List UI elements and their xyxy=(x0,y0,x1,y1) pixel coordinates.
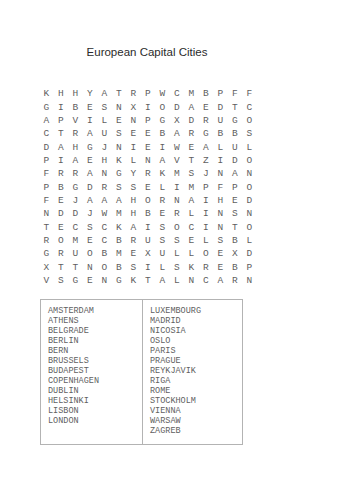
grid-cell-r3c10: X xyxy=(170,114,185,127)
word-item: ATHENS xyxy=(48,316,140,326)
grid-cell-r2c8: I xyxy=(141,100,156,113)
grid-cell-r4c4: A xyxy=(83,127,98,140)
grid-cell-r10c8: B xyxy=(141,207,156,220)
grid-cell-r10c14: S xyxy=(228,207,243,220)
grid-cell-r10c1: N xyxy=(39,207,54,220)
grid-cell-r13c15: D xyxy=(242,247,257,260)
grid-cell-r10c4: J xyxy=(83,207,98,220)
word-item: LONDON xyxy=(48,416,140,426)
grid-cell-r4c3: R xyxy=(68,127,83,140)
grid-cell-r8c3: G xyxy=(68,180,83,193)
grid-cell-r14c13: E xyxy=(213,260,228,273)
grid-cell-r5c13: L xyxy=(213,140,228,153)
grid-cell-r3c12: R xyxy=(199,114,214,127)
grid-cell-r2c3: B xyxy=(68,100,83,113)
grid-cell-r11c9: S xyxy=(155,220,170,233)
word-item: BUDAPEST xyxy=(48,366,140,376)
grid-cell-r3c8: P xyxy=(141,114,156,127)
grid-cell-r10c2: D xyxy=(54,207,69,220)
word-item: ZAGREB xyxy=(150,426,240,436)
grid-cell-r5c3: H xyxy=(68,140,83,153)
grid-cell-r1c3: H xyxy=(68,87,83,100)
grid-cell-r12c6: B xyxy=(112,234,127,247)
grid-cell-r5c2: A xyxy=(54,140,69,153)
grid-cell-r13c2: R xyxy=(54,247,69,260)
grid-cell-r3c7: N xyxy=(126,114,141,127)
grid-cell-r12c2: O xyxy=(54,234,69,247)
word-list-row: AMSTERDAMATHENSBELGRADEBERLINBERNBRUSSEL… xyxy=(41,300,243,445)
grid-cell-r8c13: F xyxy=(213,180,228,193)
grid-cell-r11c13: N xyxy=(213,220,228,233)
grid-cell-r9c14: E xyxy=(228,194,243,207)
grid-cell-r8c7: S xyxy=(126,180,141,193)
grid-cell-r8c2: B xyxy=(54,180,69,193)
grid-cell-r5c6: N xyxy=(112,140,127,153)
grid-cell-r1c15: F xyxy=(242,87,257,100)
grid-cell-r15c13: A xyxy=(213,274,228,287)
grid-cell-r6c14: D xyxy=(228,154,243,167)
grid-cell-r9c15: D xyxy=(242,194,257,207)
grid-cell-r4c9: B xyxy=(155,127,170,140)
grid-cell-r10c11: L xyxy=(184,207,199,220)
grid-cell-r2c5: S xyxy=(97,100,112,113)
grid-cell-r2c4: E xyxy=(83,100,98,113)
grid-cell-r15c8: T xyxy=(141,274,156,287)
grid-cell-r1c9: W xyxy=(155,87,170,100)
grid-cell-r10c6: M xyxy=(112,207,127,220)
grid-cell-r7c11: S xyxy=(184,167,199,180)
grid-cell-r6c8: N xyxy=(141,154,156,167)
grid-cell-r13c6: M xyxy=(112,247,127,260)
grid-cell-r10c10: R xyxy=(170,207,185,220)
grid-cell-r9c7: H xyxy=(126,194,141,207)
grid-cell-r2c7: X xyxy=(126,100,141,113)
grid-cell-r5c12: A xyxy=(199,140,214,153)
grid-cell-r13c9: U xyxy=(155,247,170,260)
grid-cell-r10c5: W xyxy=(97,207,112,220)
word-item: NICOSIA xyxy=(150,326,240,336)
grid-cell-r9c13: H xyxy=(213,194,228,207)
grid-cell-r1c7: R xyxy=(126,87,141,100)
grid-cell-r1c5: A xyxy=(97,87,112,100)
grid-cell-r10c3: D xyxy=(68,207,83,220)
grid-cell-r12c12: L xyxy=(199,234,214,247)
word-item: BERN xyxy=(48,346,140,356)
grid-cell-r12c9: S xyxy=(155,234,170,247)
grid-cell-r11c7: A xyxy=(126,220,141,233)
grid-cell-r5c11: E xyxy=(184,140,199,153)
grid-cell-r7c9: K xyxy=(155,167,170,180)
grid-cell-r3c14: G xyxy=(228,114,243,127)
grid-cell-r4c7: E xyxy=(126,127,141,140)
grid-cell-r7c12: J xyxy=(199,167,214,180)
grid-cell-r9c6: A xyxy=(112,194,127,207)
grid-cell-r12c3: M xyxy=(68,234,83,247)
word-item: BRUSSELS xyxy=(48,356,140,366)
grid-cell-r8c12: P xyxy=(199,180,214,193)
grid-cell-r12c15: L xyxy=(242,234,257,247)
word-item: AMSTERDAM xyxy=(48,306,140,316)
grid-cell-r4c1: C xyxy=(39,127,54,140)
grid-cell-r13c14: X xyxy=(228,247,243,260)
grid-cell-r15c9: A xyxy=(155,274,170,287)
grid-cell-r8c10: I xyxy=(170,180,185,193)
grid-cell-r14c7: S xyxy=(126,260,141,273)
grid-cell-r10c7: H xyxy=(126,207,141,220)
grid-cell-r13c13: E xyxy=(213,247,228,260)
grid-cell-r9c10: N xyxy=(170,194,185,207)
grid-cell-r1c1: K xyxy=(39,87,54,100)
grid-cell-r3c3: V xyxy=(68,114,83,127)
grid-cell-r9c11: A xyxy=(184,194,199,207)
word-item: LISBON xyxy=(48,406,140,416)
grid-cell-r10c13: N xyxy=(213,207,228,220)
grid-cell-r6c4: E xyxy=(83,154,98,167)
grid-cell-r8c1: P xyxy=(39,180,54,193)
grid-cell-r10c9: E xyxy=(155,207,170,220)
grid-cell-r4c8: E xyxy=(141,127,156,140)
grid-cell-r1c13: P xyxy=(213,87,228,100)
grid-cell-r7c10: M xyxy=(170,167,185,180)
grid-cell-r12c11: E xyxy=(184,234,199,247)
grid-cell-r3c13: U xyxy=(213,114,228,127)
grid-cell-r6c12: Z xyxy=(199,154,214,167)
grid-cell-r11c14: T xyxy=(228,220,243,233)
grid-cell-r7c6: G xyxy=(112,167,127,180)
word-item: BELGRADE xyxy=(48,326,140,336)
grid-cell-r6c2: I xyxy=(54,154,69,167)
grid-cell-r9c12: I xyxy=(199,194,214,207)
grid-cell-r13c10: L xyxy=(170,247,185,260)
grid-cell-r13c1: G xyxy=(39,247,54,260)
grid-cell-r3c2: P xyxy=(54,114,69,127)
grid-cell-r12c10: S xyxy=(170,234,185,247)
grid-cell-r5c8: E xyxy=(141,140,156,153)
grid-cell-r15c2: S xyxy=(54,274,69,287)
grid-cell-r2c6: N xyxy=(112,100,127,113)
grid-cell-r9c3: J xyxy=(68,194,83,207)
grid-cell-r1c12: B xyxy=(199,87,214,100)
grid-cell-r1c6: T xyxy=(112,87,127,100)
grid-cell-r12c1: R xyxy=(39,234,54,247)
grid-cell-r4c2: T xyxy=(54,127,69,140)
grid-cell-r8c5: R xyxy=(97,180,112,193)
grid-cell-r4c12: G xyxy=(199,127,214,140)
word-item: LUXEMBOURG xyxy=(150,306,240,316)
grid-cell-r11c6: K xyxy=(112,220,127,233)
grid-cell-r8c8: E xyxy=(141,180,156,193)
grid-cell-r2c13: D xyxy=(213,100,228,113)
grid-cell-r3c4: I xyxy=(83,114,98,127)
grid-cell-r6c15: O xyxy=(242,154,257,167)
grid-cell-r15c14: R xyxy=(228,274,243,287)
grid-cell-r15c10: L xyxy=(170,274,185,287)
grid-cell-r11c5: C xyxy=(97,220,112,233)
grid-cell-r8c14: P xyxy=(228,180,243,193)
grid-cell-r11c4: S xyxy=(83,220,98,233)
word-search-worksheet: European Capital Cities KHHYATRPWCMBPFFG… xyxy=(0,0,354,500)
grid-cell-r7c1: F xyxy=(39,167,54,180)
puzzle-title: European Capital Cities xyxy=(0,46,294,58)
grid-cell-r7c8: R xyxy=(141,167,156,180)
grid-cell-r8c11: M xyxy=(184,180,199,193)
grid-cell-r14c6: B xyxy=(112,260,127,273)
grid-cell-r12c5: C xyxy=(97,234,112,247)
grid-cell-r1c14: F xyxy=(228,87,243,100)
word-item: ROME xyxy=(150,386,240,396)
grid-cell-r7c13: N xyxy=(213,167,228,180)
grid-cell-r15c7: K xyxy=(126,274,141,287)
grid-cell-r11c12: I xyxy=(199,220,214,233)
grid-cell-r12c4: E xyxy=(83,234,98,247)
word-item: STOCKHOLM xyxy=(150,396,240,406)
grid-cell-r4c15: S xyxy=(242,127,257,140)
grid-cell-r4c5: U xyxy=(97,127,112,140)
grid-cell-r14c2: T xyxy=(54,260,69,273)
grid-cell-r6c1: P xyxy=(39,154,54,167)
grid-cell-r7c2: R xyxy=(54,167,69,180)
grid-cell-r4c6: S xyxy=(112,127,127,140)
grid-cell-r2c10: D xyxy=(170,100,185,113)
word-list-cell-2: LUXEMBOURGMADRIDNICOSIAOSLOPARISPRAGUERE… xyxy=(143,300,243,445)
grid-cell-r15c3: G xyxy=(68,274,83,287)
grid-cell-r14c10: S xyxy=(170,260,185,273)
word-item: BERLIN xyxy=(48,336,140,346)
grid-cell-r8c4: D xyxy=(83,180,98,193)
grid-cell-r10c15: N xyxy=(242,207,257,220)
grid-cell-r2c9: O xyxy=(155,100,170,113)
grid-cell-r14c3: T xyxy=(68,260,83,273)
grid-cell-r10c12: I xyxy=(199,207,214,220)
grid-cell-r14c14: B xyxy=(228,260,243,273)
word-search-grid: KHHYATRPWCMBPFFGIBESNXIODAEDTCAPVILENPGX… xyxy=(39,87,257,287)
grid-cell-r6c5: H xyxy=(97,154,112,167)
grid-cell-r9c9: R xyxy=(155,194,170,207)
grid-cell-r11c3: C xyxy=(68,220,83,233)
grid-cell-r5c7: I xyxy=(126,140,141,153)
grid-cell-r5c1: D xyxy=(39,140,54,153)
grid-cell-r13c12: O xyxy=(199,247,214,260)
grid-cell-r1c8: P xyxy=(141,87,156,100)
grid-cell-r9c1: F xyxy=(39,194,54,207)
grid-cell-r7c3: R xyxy=(68,167,83,180)
grid-cell-r15c1: V xyxy=(39,274,54,287)
grid-cell-r5c9: I xyxy=(155,140,170,153)
grid-cell-r15c11: N xyxy=(184,274,199,287)
grid-cell-r14c1: X xyxy=(39,260,54,273)
grid-cell-r11c1: T xyxy=(39,220,54,233)
grid-cell-r3c15: O xyxy=(242,114,257,127)
grid-cell-r4c13: B xyxy=(213,127,228,140)
grid-cell-r5c15: L xyxy=(242,140,257,153)
word-item: VIENNA xyxy=(150,406,240,416)
grid-cell-r13c3: U xyxy=(68,247,83,260)
grid-cell-r14c4: N xyxy=(83,260,98,273)
word-list-column-2: LUXEMBOURGMADRIDNICOSIAOSLOPARISPRAGUERE… xyxy=(150,306,240,436)
grid-cell-r1c10: C xyxy=(170,87,185,100)
grid-cell-r4c11: R xyxy=(184,127,199,140)
grid-cell-r2c1: G xyxy=(39,100,54,113)
grid-cell-r4c14: B xyxy=(228,127,243,140)
grid-cell-r8c9: L xyxy=(155,180,170,193)
grid-cell-r13c5: B xyxy=(97,247,112,260)
grid-cell-r7c5: N xyxy=(97,167,112,180)
grid-cell-r11c8: I xyxy=(141,220,156,233)
word-item: WARSAW xyxy=(150,416,240,426)
grid-cell-r6c10: V xyxy=(170,154,185,167)
grid-cell-r6c11: T xyxy=(184,154,199,167)
grid-cell-r3c5: L xyxy=(97,114,112,127)
grid-cell-r7c14: A xyxy=(228,167,243,180)
grid-cell-r1c4: Y xyxy=(83,87,98,100)
grid-cell-r6c7: L xyxy=(126,154,141,167)
word-item: OSLO xyxy=(150,336,240,346)
grid-cell-r15c6: G xyxy=(112,274,127,287)
word-item: RIGA xyxy=(150,376,240,386)
grid-cell-r11c15: O xyxy=(242,220,257,233)
grid-cell-r14c8: I xyxy=(141,260,156,273)
grid-cell-r12c14: B xyxy=(228,234,243,247)
grid-cell-r15c5: N xyxy=(97,274,112,287)
grid-cell-r14c9: L xyxy=(155,260,170,273)
word-item: PRAGUE xyxy=(150,356,240,366)
grid-cell-r7c7: Y xyxy=(126,167,141,180)
grid-cell-r5c14: U xyxy=(228,140,243,153)
grid-cell-r2c2: I xyxy=(54,100,69,113)
grid-cell-r9c8: O xyxy=(141,194,156,207)
grid-cell-r14c12: R xyxy=(199,260,214,273)
word-item: HELSINKI xyxy=(48,396,140,406)
grid-cell-r5c5: J xyxy=(97,140,112,153)
grid-cell-r14c11: K xyxy=(184,260,199,273)
grid-cell-r6c13: I xyxy=(213,154,228,167)
grid-cell-r13c11: L xyxy=(184,247,199,260)
grid-cell-r2c14: T xyxy=(228,100,243,113)
grid-cell-r12c13: S xyxy=(213,234,228,247)
grid-cell-r3c11: D xyxy=(184,114,199,127)
word-item: COPENHAGEN xyxy=(48,376,140,386)
grid-cell-r6c3: A xyxy=(68,154,83,167)
grid-cell-r1c11: M xyxy=(184,87,199,100)
grid-cell-r15c12: C xyxy=(199,274,214,287)
grid-cell-r8c15: O xyxy=(242,180,257,193)
grid-cell-r9c4: A xyxy=(83,194,98,207)
grid-cell-r2c12: E xyxy=(199,100,214,113)
grid-cell-r1c2: H xyxy=(54,87,69,100)
word-list-column-1: AMSTERDAMATHENSBELGRADEBERLINBERNBRUSSEL… xyxy=(48,306,140,426)
grid-cell-r7c15: N xyxy=(242,167,257,180)
grid-cell-r6c9: A xyxy=(155,154,170,167)
grid-cell-r12c8: U xyxy=(141,234,156,247)
grid-cell-r5c10: W xyxy=(170,140,185,153)
grid-cell-r14c15: P xyxy=(242,260,257,273)
word-item: DUBLIN xyxy=(48,386,140,396)
grid-cell-r11c11: C xyxy=(184,220,199,233)
grid-cell-r3c6: E xyxy=(112,114,127,127)
grid-cell-r2c11: A xyxy=(184,100,199,113)
word-item: MADRID xyxy=(150,316,240,326)
grid-cell-r15c4: E xyxy=(83,274,98,287)
grid-cell-r2c15: C xyxy=(242,100,257,113)
grid-cell-r13c8: X xyxy=(141,247,156,260)
grid-cell-r9c5: A xyxy=(97,194,112,207)
grid-cell-r11c2: E xyxy=(54,220,69,233)
grid-cell-r15c15: N xyxy=(242,274,257,287)
grid-cell-r9c2: E xyxy=(54,194,69,207)
grid-cell-r8c6: S xyxy=(112,180,127,193)
grid-cell-r6c6: K xyxy=(112,154,127,167)
grid-cell-r3c1: A xyxy=(39,114,54,127)
word-list-table: AMSTERDAMATHENSBELGRADEBERLINBERNBRUSSEL… xyxy=(40,299,243,445)
grid-cell-r3c9: G xyxy=(155,114,170,127)
grid-cell-r7c4: A xyxy=(83,167,98,180)
grid-cell-r11c10: O xyxy=(170,220,185,233)
grid-cell-r13c4: O xyxy=(83,247,98,260)
word-list-cell-1: AMSTERDAMATHENSBELGRADEBERLINBERNBRUSSEL… xyxy=(41,300,143,445)
grid-cell-r12c7: R xyxy=(126,234,141,247)
grid-cell-r14c5: O xyxy=(97,260,112,273)
grid-cell-r4c10: A xyxy=(170,127,185,140)
grid-cell-r13c7: E xyxy=(126,247,141,260)
grid-cell-r5c4: G xyxy=(83,140,98,153)
word-item: REYKJAVIK xyxy=(150,366,240,376)
word-item: PARIS xyxy=(150,346,240,356)
